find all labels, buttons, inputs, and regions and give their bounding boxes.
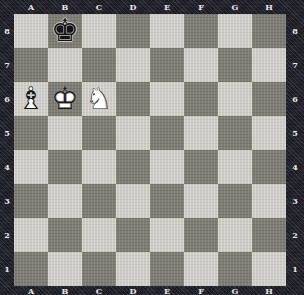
square-e5[interactable]: [150, 116, 184, 150]
square-h4[interactable]: [252, 150, 286, 184]
file-label-b: B: [48, 286, 82, 295]
rank-label-6: 6: [286, 82, 304, 116]
rank-label-6: 6: [0, 82, 14, 116]
square-a8[interactable]: [14, 14, 48, 48]
square-e6[interactable]: [150, 82, 184, 116]
square-e1[interactable]: [150, 252, 184, 286]
black-king[interactable]: ♚: [48, 14, 82, 48]
square-d6[interactable]: [116, 82, 150, 116]
square-c6[interactable]: ♞♘: [82, 82, 116, 116]
square-e7[interactable]: [150, 48, 184, 82]
black-king-glyph: ♚: [48, 13, 82, 47]
square-c8[interactable]: [82, 14, 116, 48]
rank-label-1: 1: [286, 252, 304, 286]
square-c3[interactable]: [82, 184, 116, 218]
square-f7[interactable]: [184, 48, 218, 82]
square-a2[interactable]: [14, 218, 48, 252]
square-a1[interactable]: [14, 252, 48, 286]
file-label-a: A: [14, 286, 48, 295]
rank-label-3: 3: [0, 184, 14, 218]
white-king[interactable]: ♚♔: [48, 82, 82, 116]
rank-label-3: 3: [286, 184, 304, 218]
square-e4[interactable]: [150, 150, 184, 184]
square-a3[interactable]: [14, 184, 48, 218]
rank-label-1: 1: [0, 252, 14, 286]
square-g6[interactable]: [218, 82, 252, 116]
board-squares: ♚♝♗♚♔♞♘: [14, 14, 286, 286]
square-a4[interactable]: [14, 150, 48, 184]
square-d4[interactable]: [116, 150, 150, 184]
square-c5[interactable]: [82, 116, 116, 150]
rank-label-7: 7: [286, 48, 304, 82]
file-label-e: E: [150, 0, 184, 14]
chess-board-frame: ABCDEFGH 87654321 ♚♝♗♚♔♞♘ 87654321 ABCDE…: [0, 0, 304, 295]
square-e3[interactable]: [150, 184, 184, 218]
rank-label-7: 7: [0, 48, 14, 82]
square-d8[interactable]: [116, 14, 150, 48]
file-label-g: G: [218, 286, 252, 295]
square-h8[interactable]: [252, 14, 286, 48]
square-h7[interactable]: [252, 48, 286, 82]
square-g1[interactable]: [218, 252, 252, 286]
file-label-f: F: [184, 0, 218, 14]
rank-label-4: 4: [286, 150, 304, 184]
square-g7[interactable]: [218, 48, 252, 82]
white-knight-outline: ♘: [82, 81, 116, 115]
file-labels-bottom: ABCDEFGH: [14, 286, 286, 295]
square-c7[interactable]: [82, 48, 116, 82]
square-f1[interactable]: [184, 252, 218, 286]
square-f4[interactable]: [184, 150, 218, 184]
square-b1[interactable]: [48, 252, 82, 286]
square-e8[interactable]: [150, 14, 184, 48]
square-b7[interactable]: [48, 48, 82, 82]
square-b4[interactable]: [48, 150, 82, 184]
rank-label-8: 8: [0, 14, 14, 48]
rank-label-5: 5: [0, 116, 14, 150]
square-h2[interactable]: [252, 218, 286, 252]
file-label-f: F: [184, 286, 218, 295]
square-h5[interactable]: [252, 116, 286, 150]
square-g2[interactable]: [218, 218, 252, 252]
rank-label-2: 2: [0, 218, 14, 252]
square-f6[interactable]: [184, 82, 218, 116]
square-d3[interactable]: [116, 184, 150, 218]
square-c2[interactable]: [82, 218, 116, 252]
file-label-c: C: [82, 0, 116, 14]
square-f2[interactable]: [184, 218, 218, 252]
rank-label-8: 8: [286, 14, 304, 48]
rank-labels-left: 87654321: [0, 14, 14, 286]
white-king-outline: ♔: [48, 81, 82, 115]
square-d1[interactable]: [116, 252, 150, 286]
rank-label-2: 2: [286, 218, 304, 252]
square-f3[interactable]: [184, 184, 218, 218]
square-f5[interactable]: [184, 116, 218, 150]
square-a5[interactable]: [14, 116, 48, 150]
rank-label-4: 4: [0, 150, 14, 184]
white-knight[interactable]: ♞♘: [82, 82, 116, 116]
square-b8[interactable]: ♚: [48, 14, 82, 48]
square-c1[interactable]: [82, 252, 116, 286]
square-a7[interactable]: [14, 48, 48, 82]
square-g8[interactable]: [218, 14, 252, 48]
square-f8[interactable]: [184, 14, 218, 48]
square-e2[interactable]: [150, 218, 184, 252]
file-label-g: G: [218, 0, 252, 14]
file-label-c: C: [82, 286, 116, 295]
square-d2[interactable]: [116, 218, 150, 252]
square-h6[interactable]: [252, 82, 286, 116]
square-g3[interactable]: [218, 184, 252, 218]
square-b2[interactable]: [48, 218, 82, 252]
square-h1[interactable]: [252, 252, 286, 286]
square-c4[interactable]: [82, 150, 116, 184]
square-h3[interactable]: [252, 184, 286, 218]
square-d7[interactable]: [116, 48, 150, 82]
square-d5[interactable]: [116, 116, 150, 150]
square-b6[interactable]: ♚♔: [48, 82, 82, 116]
file-label-h: H: [252, 286, 286, 295]
square-g4[interactable]: [218, 150, 252, 184]
rank-label-5: 5: [286, 116, 304, 150]
rank-labels-right: 87654321: [286, 14, 304, 286]
file-label-d: D: [116, 0, 150, 14]
file-label-d: D: [116, 286, 150, 295]
square-b5[interactable]: [48, 116, 82, 150]
square-a6[interactable]: ♝♗: [14, 82, 48, 116]
white-bishop-outline: ♗: [14, 81, 48, 115]
file-label-e: E: [150, 286, 184, 295]
square-b3[interactable]: [48, 184, 82, 218]
white-bishop[interactable]: ♝♗: [14, 82, 48, 116]
file-label-a: A: [14, 0, 48, 14]
square-g5[interactable]: [218, 116, 252, 150]
file-label-h: H: [252, 0, 286, 14]
